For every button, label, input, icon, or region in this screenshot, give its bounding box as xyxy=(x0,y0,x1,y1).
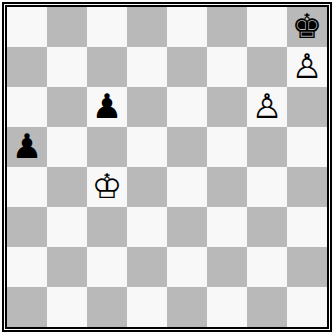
square-b2[interactable] xyxy=(47,247,87,287)
square-g4[interactable] xyxy=(247,167,287,207)
square-c8[interactable] xyxy=(87,7,127,47)
black-pawn[interactable]: ♟ xyxy=(12,129,42,163)
square-a7[interactable] xyxy=(7,47,47,87)
square-g6[interactable]: ♙ xyxy=(247,87,287,127)
black-king[interactable]: ♚ xyxy=(292,9,322,43)
square-h4[interactable] xyxy=(287,167,327,207)
square-d7[interactable] xyxy=(127,47,167,87)
square-c5[interactable] xyxy=(87,127,127,167)
square-c2[interactable] xyxy=(87,247,127,287)
square-f5[interactable] xyxy=(207,127,247,167)
square-e5[interactable] xyxy=(167,127,207,167)
square-a1[interactable] xyxy=(7,287,47,327)
white-pawn[interactable]: ♙ xyxy=(292,49,322,83)
square-a5[interactable]: ♟ xyxy=(7,127,47,167)
square-a4[interactable] xyxy=(7,167,47,207)
square-g5[interactable] xyxy=(247,127,287,167)
square-b8[interactable] xyxy=(47,7,87,47)
square-d8[interactable] xyxy=(127,7,167,47)
square-b4[interactable] xyxy=(47,167,87,207)
square-a6[interactable] xyxy=(7,87,47,127)
square-g2[interactable] xyxy=(247,247,287,287)
square-e7[interactable] xyxy=(167,47,207,87)
square-e1[interactable] xyxy=(167,287,207,327)
square-e4[interactable] xyxy=(167,167,207,207)
square-f8[interactable] xyxy=(207,7,247,47)
square-f6[interactable] xyxy=(207,87,247,127)
square-h6[interactable] xyxy=(287,87,327,127)
board-frame: ♚♙♟♙♟♔ xyxy=(2,2,332,332)
white-pawn[interactable]: ♙ xyxy=(252,89,282,123)
square-g1[interactable] xyxy=(247,287,287,327)
square-d6[interactable] xyxy=(127,87,167,127)
chess-board: ♚♙♟♙♟♔ xyxy=(5,5,329,329)
square-e8[interactable] xyxy=(167,7,207,47)
square-e3[interactable] xyxy=(167,207,207,247)
square-d3[interactable] xyxy=(127,207,167,247)
square-e2[interactable] xyxy=(167,247,207,287)
square-b5[interactable] xyxy=(47,127,87,167)
square-h2[interactable] xyxy=(287,247,327,287)
square-c6[interactable]: ♟ xyxy=(87,87,127,127)
square-h8[interactable]: ♚ xyxy=(287,7,327,47)
square-b3[interactable] xyxy=(47,207,87,247)
square-h5[interactable] xyxy=(287,127,327,167)
square-e6[interactable] xyxy=(167,87,207,127)
square-g8[interactable] xyxy=(247,7,287,47)
square-d4[interactable] xyxy=(127,167,167,207)
square-f2[interactable] xyxy=(207,247,247,287)
square-h7[interactable]: ♙ xyxy=(287,47,327,87)
square-d1[interactable] xyxy=(127,287,167,327)
square-b6[interactable] xyxy=(47,87,87,127)
square-c1[interactable] xyxy=(87,287,127,327)
square-g7[interactable] xyxy=(247,47,287,87)
square-f1[interactable] xyxy=(207,287,247,327)
white-king[interactable]: ♔ xyxy=(92,169,122,203)
square-c3[interactable] xyxy=(87,207,127,247)
square-a2[interactable] xyxy=(7,247,47,287)
square-b7[interactable] xyxy=(47,47,87,87)
square-c4[interactable]: ♔ xyxy=(87,167,127,207)
square-h3[interactable] xyxy=(287,207,327,247)
square-h1[interactable] xyxy=(287,287,327,327)
square-f4[interactable] xyxy=(207,167,247,207)
square-g3[interactable] xyxy=(247,207,287,247)
square-a3[interactable] xyxy=(7,207,47,247)
square-a8[interactable] xyxy=(7,7,47,47)
square-f3[interactable] xyxy=(207,207,247,247)
square-d2[interactable] xyxy=(127,247,167,287)
board-frame-inner: ♚♙♟♙♟♔ xyxy=(4,4,330,330)
square-d5[interactable] xyxy=(127,127,167,167)
black-pawn[interactable]: ♟ xyxy=(92,89,122,123)
square-f7[interactable] xyxy=(207,47,247,87)
square-b1[interactable] xyxy=(47,287,87,327)
square-c7[interactable] xyxy=(87,47,127,87)
